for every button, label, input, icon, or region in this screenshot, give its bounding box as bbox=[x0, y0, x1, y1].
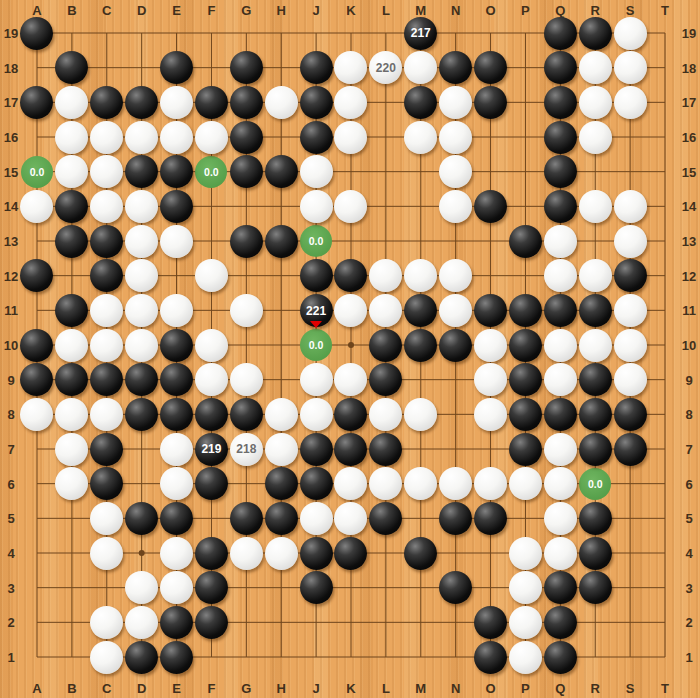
move-number-label: 220 bbox=[376, 62, 396, 74]
row-label-left: 18 bbox=[4, 60, 18, 75]
white-stone[interactable] bbox=[509, 537, 542, 570]
black-stone[interactable] bbox=[404, 329, 437, 362]
black-stone[interactable] bbox=[125, 398, 158, 431]
white-stone[interactable] bbox=[195, 259, 228, 292]
black-stone[interactable] bbox=[195, 606, 228, 639]
white-stone[interactable] bbox=[334, 51, 367, 84]
white-stone[interactable] bbox=[439, 86, 472, 119]
white-stone[interactable] bbox=[90, 502, 123, 535]
white-stone[interactable] bbox=[265, 86, 298, 119]
black-stone[interactable] bbox=[20, 17, 53, 50]
row-label-right: 5 bbox=[685, 511, 692, 526]
white-stone[interactable]: 218 bbox=[230, 433, 263, 466]
black-stone[interactable] bbox=[544, 398, 577, 431]
white-stone[interactable] bbox=[90, 294, 123, 327]
black-stone[interactable] bbox=[20, 329, 53, 362]
white-stone[interactable] bbox=[55, 398, 88, 431]
white-stone[interactable] bbox=[55, 467, 88, 500]
black-stone[interactable] bbox=[90, 433, 123, 466]
black-stone[interactable] bbox=[160, 398, 193, 431]
black-stone[interactable] bbox=[544, 641, 577, 674]
black-stone[interactable] bbox=[544, 190, 577, 223]
black-stone[interactable] bbox=[544, 606, 577, 639]
black-stone[interactable] bbox=[20, 86, 53, 119]
white-stone[interactable] bbox=[195, 329, 228, 362]
black-stone[interactable] bbox=[474, 190, 507, 223]
black-stone[interactable] bbox=[544, 121, 577, 154]
black-stone[interactable] bbox=[90, 259, 123, 292]
white-stone[interactable] bbox=[439, 121, 472, 154]
black-stone[interactable] bbox=[160, 155, 193, 188]
row-label-left: 2 bbox=[7, 615, 14, 630]
row-label-right: 14 bbox=[682, 199, 696, 214]
column-label-bottom: T bbox=[661, 681, 669, 696]
white-stone[interactable] bbox=[125, 259, 158, 292]
black-stone[interactable] bbox=[509, 225, 542, 258]
column-label-bottom: K bbox=[346, 681, 355, 696]
black-stone[interactable] bbox=[90, 467, 123, 500]
white-stone[interactable] bbox=[334, 86, 367, 119]
row-label-right: 10 bbox=[682, 338, 696, 353]
black-stone[interactable] bbox=[509, 398, 542, 431]
white-stone[interactable] bbox=[474, 467, 507, 500]
white-stone[interactable] bbox=[125, 329, 158, 362]
white-stone[interactable] bbox=[369, 259, 402, 292]
black-stone[interactable] bbox=[334, 537, 367, 570]
white-stone[interactable] bbox=[20, 190, 53, 223]
black-stone[interactable] bbox=[195, 537, 228, 570]
column-label-bottom: N bbox=[451, 681, 460, 696]
white-stone[interactable] bbox=[614, 17, 647, 50]
white-stone[interactable] bbox=[90, 329, 123, 362]
white-stone[interactable] bbox=[544, 433, 577, 466]
move-number-label: 217 bbox=[411, 27, 431, 39]
white-stone[interactable] bbox=[544, 363, 577, 396]
column-label-bottom: D bbox=[137, 681, 146, 696]
white-stone[interactable] bbox=[544, 329, 577, 362]
black-stone[interactable] bbox=[334, 433, 367, 466]
white-stone[interactable] bbox=[160, 294, 193, 327]
white-stone[interactable] bbox=[509, 467, 542, 500]
white-stone[interactable] bbox=[544, 467, 577, 500]
white-stone[interactable] bbox=[300, 363, 333, 396]
white-stone[interactable] bbox=[300, 155, 333, 188]
white-stone[interactable] bbox=[90, 537, 123, 570]
column-label-bottom: R bbox=[591, 681, 600, 696]
black-stone[interactable] bbox=[55, 225, 88, 258]
score-marker[interactable]: 0.0 bbox=[21, 156, 53, 188]
white-stone[interactable] bbox=[230, 537, 263, 570]
black-stone[interactable] bbox=[265, 502, 298, 535]
black-stone[interactable] bbox=[579, 294, 612, 327]
black-stone[interactable] bbox=[474, 51, 507, 84]
row-label-right: 16 bbox=[682, 130, 696, 145]
row-label-left: 16 bbox=[4, 130, 18, 145]
row-label-right: 7 bbox=[685, 442, 692, 457]
white-stone[interactable] bbox=[334, 467, 367, 500]
white-stone[interactable] bbox=[334, 294, 367, 327]
column-label-bottom: O bbox=[485, 681, 495, 696]
go-app-window: AABBCCDDEEFFGGHHJJKKLLMMNNOOPPQQRRSSTT19… bbox=[0, 0, 700, 698]
white-stone[interactable] bbox=[544, 537, 577, 570]
row-label-right: 1 bbox=[685, 650, 692, 665]
row-label-right: 11 bbox=[682, 303, 696, 318]
row-label-left: 11 bbox=[4, 303, 18, 318]
black-stone[interactable] bbox=[474, 606, 507, 639]
white-stone[interactable] bbox=[55, 121, 88, 154]
black-stone[interactable] bbox=[579, 433, 612, 466]
white-stone[interactable] bbox=[614, 225, 647, 258]
white-stone[interactable] bbox=[509, 641, 542, 674]
white-stone[interactable] bbox=[579, 51, 612, 84]
black-stone[interactable] bbox=[230, 225, 263, 258]
white-stone[interactable] bbox=[439, 467, 472, 500]
row-label-right: 15 bbox=[682, 164, 696, 179]
white-stone[interactable] bbox=[369, 294, 402, 327]
black-stone[interactable] bbox=[300, 259, 333, 292]
black-stone[interactable] bbox=[404, 537, 437, 570]
black-stone[interactable] bbox=[160, 363, 193, 396]
white-stone[interactable] bbox=[614, 51, 647, 84]
black-stone[interactable] bbox=[20, 363, 53, 396]
black-stone[interactable] bbox=[125, 363, 158, 396]
black-stone[interactable] bbox=[474, 86, 507, 119]
white-stone[interactable] bbox=[125, 294, 158, 327]
score-marker[interactable]: 0.0 bbox=[195, 156, 227, 188]
white-stone[interactable] bbox=[195, 363, 228, 396]
black-stone[interactable] bbox=[544, 51, 577, 84]
white-stone[interactable] bbox=[160, 467, 193, 500]
black-stone[interactable] bbox=[300, 86, 333, 119]
black-stone[interactable] bbox=[579, 363, 612, 396]
black-stone[interactable] bbox=[474, 502, 507, 535]
white-stone[interactable] bbox=[125, 571, 158, 604]
black-stone[interactable] bbox=[160, 606, 193, 639]
black-stone[interactable] bbox=[404, 294, 437, 327]
black-stone[interactable] bbox=[439, 571, 472, 604]
white-stone[interactable] bbox=[614, 190, 647, 223]
white-stone[interactable] bbox=[474, 363, 507, 396]
black-stone[interactable] bbox=[160, 502, 193, 535]
row-label-left: 17 bbox=[4, 95, 18, 110]
black-stone[interactable] bbox=[579, 537, 612, 570]
row-label-left: 10 bbox=[4, 338, 18, 353]
white-stone[interactable] bbox=[265, 537, 298, 570]
black-stone[interactable] bbox=[509, 433, 542, 466]
white-stone[interactable] bbox=[55, 86, 88, 119]
black-stone[interactable] bbox=[230, 121, 263, 154]
white-stone[interactable] bbox=[160, 225, 193, 258]
black-stone[interactable] bbox=[265, 225, 298, 258]
black-stone[interactable] bbox=[369, 502, 402, 535]
move-number-label: 221 bbox=[306, 305, 326, 317]
row-label-left: 13 bbox=[4, 234, 18, 249]
last-move-triangle-icon bbox=[310, 321, 322, 328]
column-label-bottom: E bbox=[172, 681, 181, 696]
column-label-bottom: S bbox=[626, 681, 635, 696]
black-stone[interactable] bbox=[544, 17, 577, 50]
column-label-bottom: J bbox=[312, 681, 319, 696]
row-label-right: 12 bbox=[682, 268, 696, 283]
row-label-left: 19 bbox=[4, 26, 18, 41]
black-stone[interactable] bbox=[474, 641, 507, 674]
black-stone[interactable] bbox=[300, 537, 333, 570]
black-stone[interactable] bbox=[90, 363, 123, 396]
black-stone[interactable] bbox=[300, 51, 333, 84]
column-label-bottom: L bbox=[382, 681, 390, 696]
black-stone[interactable] bbox=[509, 294, 542, 327]
black-stone[interactable] bbox=[55, 294, 88, 327]
white-stone[interactable] bbox=[369, 467, 402, 500]
white-stone[interactable] bbox=[404, 398, 437, 431]
score-marker[interactable]: 0.0 bbox=[300, 225, 332, 257]
black-stone[interactable] bbox=[544, 86, 577, 119]
row-label-left: 4 bbox=[7, 546, 14, 561]
white-stone[interactable] bbox=[55, 433, 88, 466]
black-stone[interactable] bbox=[125, 86, 158, 119]
white-stone[interactable] bbox=[265, 433, 298, 466]
black-stone[interactable] bbox=[579, 571, 612, 604]
white-stone[interactable] bbox=[160, 571, 193, 604]
white-stone[interactable] bbox=[300, 398, 333, 431]
column-label-bottom: B bbox=[67, 681, 76, 696]
black-stone[interactable] bbox=[300, 121, 333, 154]
white-stone[interactable] bbox=[369, 398, 402, 431]
white-stone[interactable] bbox=[20, 398, 53, 431]
row-label-left: 14 bbox=[4, 199, 18, 214]
white-stone[interactable] bbox=[125, 606, 158, 639]
white-stone[interactable] bbox=[195, 121, 228, 154]
row-label-left: 15 bbox=[4, 164, 18, 179]
column-label-bottom: P bbox=[521, 681, 530, 696]
row-label-left: 8 bbox=[7, 407, 14, 422]
score-marker[interactable]: 0.0 bbox=[300, 329, 332, 361]
white-stone[interactable] bbox=[614, 294, 647, 327]
black-stone[interactable] bbox=[20, 259, 53, 292]
white-stone[interactable] bbox=[125, 121, 158, 154]
black-stone[interactable] bbox=[90, 86, 123, 119]
black-stone[interactable] bbox=[230, 502, 263, 535]
row-label-left: 5 bbox=[7, 511, 14, 526]
white-stone[interactable] bbox=[509, 571, 542, 604]
white-stone[interactable] bbox=[334, 190, 367, 223]
white-stone[interactable] bbox=[334, 502, 367, 535]
black-stone[interactable] bbox=[579, 502, 612, 535]
white-stone[interactable] bbox=[404, 51, 437, 84]
black-stone[interactable] bbox=[195, 571, 228, 604]
black-stone[interactable] bbox=[230, 51, 263, 84]
black-stone[interactable] bbox=[404, 86, 437, 119]
black-stone[interactable] bbox=[614, 433, 647, 466]
white-stone[interactable] bbox=[90, 121, 123, 154]
white-stone[interactable] bbox=[160, 433, 193, 466]
white-stone[interactable] bbox=[614, 363, 647, 396]
white-stone[interactable] bbox=[90, 155, 123, 188]
move-number-label: 219 bbox=[201, 443, 221, 455]
black-stone[interactable] bbox=[544, 155, 577, 188]
black-stone[interactable] bbox=[300, 433, 333, 466]
black-stone[interactable] bbox=[195, 467, 228, 500]
black-stone[interactable] bbox=[125, 155, 158, 188]
black-stone[interactable] bbox=[265, 467, 298, 500]
black-stone[interactable] bbox=[230, 398, 263, 431]
white-stone[interactable] bbox=[404, 467, 437, 500]
column-label-bottom: Q bbox=[555, 681, 565, 696]
score-marker[interactable]: 0.0 bbox=[579, 468, 611, 500]
black-stone[interactable] bbox=[90, 225, 123, 258]
row-label-left: 12 bbox=[4, 268, 18, 283]
black-stone[interactable] bbox=[160, 190, 193, 223]
white-stone[interactable] bbox=[579, 329, 612, 362]
white-stone[interactable] bbox=[509, 606, 542, 639]
white-stone[interactable] bbox=[55, 155, 88, 188]
white-stone[interactable] bbox=[300, 190, 333, 223]
white-stone[interactable] bbox=[125, 225, 158, 258]
black-stone[interactable] bbox=[369, 433, 402, 466]
black-stone[interactable]: 219 bbox=[195, 433, 228, 466]
black-stone[interactable] bbox=[509, 329, 542, 362]
black-stone[interactable] bbox=[614, 259, 647, 292]
row-label-right: 8 bbox=[685, 407, 692, 422]
white-stone[interactable] bbox=[614, 329, 647, 362]
white-stone[interactable] bbox=[614, 86, 647, 119]
row-label-right: 9 bbox=[685, 372, 692, 387]
white-stone[interactable] bbox=[474, 329, 507, 362]
row-label-left: 9 bbox=[7, 372, 14, 387]
row-label-left: 6 bbox=[7, 476, 14, 491]
black-stone[interactable] bbox=[300, 467, 333, 500]
black-stone[interactable] bbox=[55, 363, 88, 396]
go-board[interactable]: 2172202212192180.00.00.00.00.0 bbox=[20, 16, 683, 675]
row-label-right: 19 bbox=[682, 26, 696, 41]
white-stone[interactable] bbox=[334, 121, 367, 154]
white-stone[interactable] bbox=[579, 86, 612, 119]
white-stone[interactable]: 220 bbox=[369, 51, 402, 84]
row-label-right: 4 bbox=[685, 546, 692, 561]
column-label-bottom: F bbox=[207, 681, 215, 696]
black-stone[interactable] bbox=[230, 86, 263, 119]
white-stone[interactable] bbox=[90, 190, 123, 223]
row-label-right: 17 bbox=[682, 95, 696, 110]
white-stone[interactable] bbox=[439, 294, 472, 327]
black-stone[interactable] bbox=[160, 51, 193, 84]
black-stone[interactable] bbox=[125, 502, 158, 535]
row-label-right: 13 bbox=[682, 234, 696, 249]
black-stone[interactable] bbox=[195, 86, 228, 119]
white-stone[interactable] bbox=[404, 121, 437, 154]
black-stone[interactable] bbox=[160, 329, 193, 362]
white-stone[interactable] bbox=[160, 86, 193, 119]
black-stone[interactable] bbox=[439, 329, 472, 362]
black-stone[interactable] bbox=[55, 51, 88, 84]
white-stone[interactable] bbox=[439, 155, 472, 188]
column-label-bottom: C bbox=[102, 681, 111, 696]
black-stone[interactable] bbox=[300, 571, 333, 604]
black-stone[interactable] bbox=[265, 155, 298, 188]
white-stone[interactable] bbox=[439, 259, 472, 292]
row-label-left: 3 bbox=[7, 580, 14, 595]
row-label-right: 2 bbox=[685, 615, 692, 630]
white-stone[interactable] bbox=[404, 259, 437, 292]
white-stone[interactable] bbox=[474, 398, 507, 431]
white-stone[interactable] bbox=[544, 225, 577, 258]
white-stone[interactable] bbox=[439, 190, 472, 223]
black-stone[interactable] bbox=[55, 190, 88, 223]
black-stone[interactable] bbox=[369, 329, 402, 362]
black-stone[interactable] bbox=[544, 294, 577, 327]
column-label-bottom: G bbox=[241, 681, 251, 696]
row-label-left: 7 bbox=[7, 442, 14, 457]
white-stone[interactable] bbox=[544, 502, 577, 535]
black-stone[interactable] bbox=[230, 155, 263, 188]
row-label-left: 1 bbox=[7, 650, 14, 665]
white-stone[interactable] bbox=[90, 641, 123, 674]
white-stone[interactable] bbox=[300, 502, 333, 535]
white-stone[interactable] bbox=[265, 398, 298, 431]
black-stone[interactable] bbox=[544, 571, 577, 604]
black-stone[interactable] bbox=[160, 641, 193, 674]
black-stone[interactable] bbox=[334, 259, 367, 292]
row-label-right: 6 bbox=[685, 476, 692, 491]
black-stone[interactable] bbox=[614, 398, 647, 431]
move-number-label: 218 bbox=[236, 443, 256, 455]
white-stone[interactable] bbox=[334, 363, 367, 396]
white-stone[interactable] bbox=[125, 190, 158, 223]
black-stone[interactable]: 221 bbox=[300, 294, 333, 327]
white-stone[interactable] bbox=[90, 398, 123, 431]
white-stone[interactable] bbox=[230, 363, 263, 396]
white-stone[interactable] bbox=[160, 121, 193, 154]
black-stone[interactable] bbox=[579, 17, 612, 50]
black-stone[interactable]: 217 bbox=[404, 17, 437, 50]
black-stone[interactable] bbox=[439, 502, 472, 535]
white-stone[interactable] bbox=[579, 190, 612, 223]
white-stone[interactable] bbox=[230, 294, 263, 327]
black-stone[interactable] bbox=[369, 363, 402, 396]
row-label-right: 18 bbox=[682, 60, 696, 75]
black-stone[interactable] bbox=[474, 294, 507, 327]
column-label-bottom: H bbox=[277, 681, 286, 696]
column-label-bottom: M bbox=[415, 681, 426, 696]
white-stone[interactable] bbox=[90, 606, 123, 639]
white-stone[interactable] bbox=[579, 259, 612, 292]
column-label-bottom: A bbox=[32, 681, 41, 696]
black-stone[interactable] bbox=[509, 363, 542, 396]
black-stone[interactable] bbox=[334, 398, 367, 431]
white-stone[interactable] bbox=[544, 259, 577, 292]
black-stone[interactable] bbox=[125, 641, 158, 674]
white-stone[interactable] bbox=[55, 329, 88, 362]
white-stone[interactable] bbox=[160, 537, 193, 570]
row-label-right: 3 bbox=[685, 580, 692, 595]
black-stone[interactable] bbox=[195, 398, 228, 431]
black-stone[interactable] bbox=[579, 398, 612, 431]
white-stone[interactable] bbox=[579, 121, 612, 154]
black-stone[interactable] bbox=[439, 51, 472, 84]
